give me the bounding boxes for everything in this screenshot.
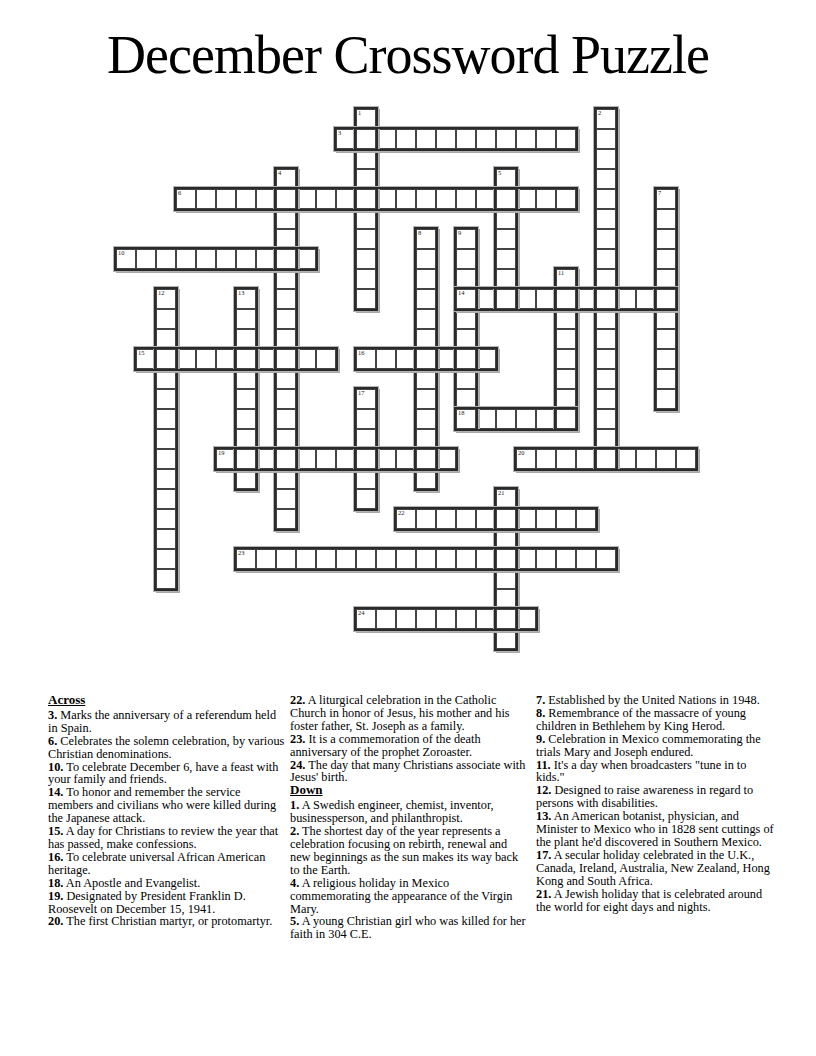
clue-item-17: 17. A secular holiday celebrated in the … bbox=[536, 849, 774, 888]
grid-cell[interactable] bbox=[275, 548, 297, 570]
grid-cell[interactable] bbox=[495, 268, 517, 290]
clue-item-16: 16. To celebrate universal African Ameri… bbox=[48, 851, 286, 877]
grid-cell[interactable] bbox=[415, 328, 437, 350]
grid-cell[interactable] bbox=[355, 208, 377, 230]
grid-cell[interactable] bbox=[155, 328, 177, 350]
grid-cell[interactable] bbox=[435, 548, 457, 570]
grid-cell[interactable] bbox=[495, 548, 517, 570]
clue-item-10: 10. To celebrate December 6, have a feas… bbox=[48, 761, 286, 787]
grid-cell[interactable] bbox=[595, 368, 617, 390]
grid-cell[interactable] bbox=[395, 188, 417, 210]
grid-cell[interactable] bbox=[235, 448, 257, 470]
grid-cell[interactable] bbox=[215, 348, 237, 370]
grid-cell[interactable] bbox=[435, 608, 457, 630]
grid-cell[interactable] bbox=[415, 268, 437, 290]
grid-cell[interactable] bbox=[415, 188, 437, 210]
grid-cell[interactable] bbox=[375, 128, 397, 150]
grid-cell[interactable] bbox=[275, 508, 297, 530]
grid-cell[interactable] bbox=[455, 388, 477, 410]
grid-cell[interactable] bbox=[555, 368, 577, 390]
grid-cell[interactable] bbox=[395, 608, 417, 630]
grid-cell[interactable] bbox=[655, 208, 677, 230]
grid-cell[interactable] bbox=[355, 428, 377, 450]
clue-number: 24 bbox=[358, 609, 365, 617]
grid-cell[interactable]: 10 bbox=[115, 248, 137, 270]
clue-number: 10 bbox=[118, 249, 125, 257]
grid-cell[interactable] bbox=[235, 348, 257, 370]
down-header: Down bbox=[290, 784, 528, 797]
grid-cell[interactable] bbox=[575, 508, 597, 530]
grid-cell[interactable]: 4 bbox=[275, 168, 297, 190]
clue-number: 1 bbox=[358, 109, 361, 117]
grid-cell[interactable]: 19 bbox=[215, 448, 237, 470]
grid-cell[interactable] bbox=[155, 488, 177, 510]
grid-cell[interactable] bbox=[495, 288, 517, 310]
grid-cell[interactable] bbox=[355, 468, 377, 490]
grid-cell[interactable] bbox=[655, 368, 677, 390]
grid-cell[interactable] bbox=[495, 188, 517, 210]
grid-cell[interactable] bbox=[495, 608, 517, 630]
grid-cell[interactable] bbox=[415, 128, 437, 150]
grid-cell[interactable]: 15 bbox=[135, 348, 157, 370]
grid-cell[interactable]: 11 bbox=[555, 268, 577, 290]
grid-cell[interactable] bbox=[415, 288, 437, 310]
clue-num-label: 13. bbox=[536, 809, 551, 823]
clue-item-18: 18. An Apostle and Evangelist. bbox=[48, 877, 286, 890]
grid-cell[interactable] bbox=[155, 308, 177, 330]
grid-cell[interactable] bbox=[455, 268, 477, 290]
grid-cell[interactable] bbox=[595, 548, 617, 570]
grid-cell[interactable] bbox=[155, 468, 177, 490]
grid-cell[interactable]: 6 bbox=[175, 188, 197, 210]
grid-cell[interactable] bbox=[535, 188, 557, 210]
grid-cell[interactable] bbox=[295, 248, 317, 270]
grid-cell[interactable] bbox=[295, 548, 317, 570]
grid-cell[interactable] bbox=[295, 188, 317, 210]
grid-cell[interactable] bbox=[275, 408, 297, 430]
grid-cell[interactable] bbox=[275, 288, 297, 310]
grid-cell[interactable] bbox=[495, 528, 517, 550]
grid-cell[interactable] bbox=[195, 188, 217, 210]
clue-number: 11 bbox=[558, 269, 564, 277]
grid-cell[interactable]: 18 bbox=[455, 408, 477, 430]
clue-item-15: 15. A day for Christians to review the y… bbox=[48, 825, 286, 851]
grid-cell[interactable] bbox=[635, 288, 657, 310]
grid-cell[interactable] bbox=[555, 328, 577, 350]
grid-cell[interactable] bbox=[475, 288, 497, 310]
clue-number: 13 bbox=[238, 289, 245, 297]
grid-cell[interactable] bbox=[415, 248, 437, 270]
grid-cell[interactable] bbox=[455, 548, 477, 570]
grid-cell[interactable] bbox=[455, 128, 477, 150]
grid-cell[interactable] bbox=[275, 188, 297, 210]
clue-num-label: 23. bbox=[290, 732, 305, 746]
clue-item-3: 3. Marks the anniversary of a referendum… bbox=[48, 709, 286, 735]
grid-cell[interactable] bbox=[515, 188, 537, 210]
grid-cell[interactable] bbox=[495, 208, 517, 230]
grid-cell[interactable] bbox=[255, 348, 277, 370]
grid-cell[interactable] bbox=[615, 288, 637, 310]
grid-cell[interactable]: 13 bbox=[235, 288, 257, 310]
clue-num-label: 3. bbox=[48, 708, 57, 722]
grid-cell[interactable] bbox=[555, 408, 577, 430]
clue-item-8: 8. Remembrance of the massacre of young … bbox=[536, 707, 774, 733]
grid-cell[interactable] bbox=[595, 388, 617, 410]
grid-cell[interactable] bbox=[655, 228, 677, 250]
clue-number: 9 bbox=[458, 229, 461, 237]
grid-cell[interactable] bbox=[355, 448, 377, 470]
grid-cell[interactable] bbox=[315, 548, 337, 570]
grid-cell[interactable] bbox=[315, 448, 337, 470]
grid-cell[interactable] bbox=[495, 128, 517, 150]
grid-cell[interactable] bbox=[175, 348, 197, 370]
grid-cell[interactable]: 8 bbox=[415, 228, 437, 250]
grid-cell[interactable] bbox=[415, 608, 437, 630]
grid-cell[interactable]: 5 bbox=[495, 168, 517, 190]
grid-cell[interactable] bbox=[155, 548, 177, 570]
grid-cell[interactable] bbox=[155, 348, 177, 370]
grid-cell[interactable] bbox=[455, 508, 477, 530]
grid-cell[interactable] bbox=[235, 328, 257, 350]
grid-cell[interactable] bbox=[375, 548, 397, 570]
grid-cell[interactable] bbox=[455, 188, 477, 210]
clue-num-label: 11. bbox=[536, 758, 551, 772]
clue-number: 19 bbox=[218, 449, 225, 457]
clue-item-21: 21. A Jewish holiday that is celebrated … bbox=[536, 888, 774, 914]
grid-cell[interactable] bbox=[455, 248, 477, 270]
clue-num-label: 24. bbox=[290, 758, 305, 772]
grid-cell[interactable] bbox=[435, 128, 457, 150]
grid-cell[interactable] bbox=[575, 548, 597, 570]
clue-num-label: 14. bbox=[48, 785, 63, 799]
clue-item-5: 5. A young Christian girl who was killed… bbox=[290, 915, 528, 941]
grid-cell[interactable] bbox=[595, 268, 617, 290]
grid-cell[interactable] bbox=[355, 268, 377, 290]
clue-item-20: 20. The first Christian martyr, or proto… bbox=[48, 915, 286, 928]
grid-cell[interactable] bbox=[235, 468, 257, 490]
grid-cell[interactable] bbox=[515, 288, 537, 310]
grid-cell[interactable] bbox=[455, 608, 477, 630]
grid-cell[interactable] bbox=[275, 488, 297, 510]
grid-cell[interactable] bbox=[435, 448, 457, 470]
grid-cell[interactable] bbox=[455, 368, 477, 390]
clue-item-12: 12. Designed to raise awareness in regar… bbox=[536, 784, 774, 810]
grid-cell[interactable] bbox=[555, 508, 577, 530]
grid-cell[interactable] bbox=[255, 448, 277, 470]
grid-cell[interactable] bbox=[595, 168, 617, 190]
grid-cell[interactable] bbox=[555, 348, 577, 370]
grid-cell[interactable] bbox=[355, 148, 377, 170]
grid-cell[interactable] bbox=[355, 168, 377, 190]
grid-cell[interactable] bbox=[155, 368, 177, 390]
grid-cell[interactable] bbox=[595, 328, 617, 350]
grid-cell[interactable] bbox=[235, 248, 257, 270]
grid-cell[interactable] bbox=[355, 188, 377, 210]
grid-cell[interactable] bbox=[655, 288, 677, 310]
grid-cell[interactable] bbox=[275, 348, 297, 370]
grid-cell[interactable] bbox=[555, 548, 577, 570]
grid-cell[interactable] bbox=[515, 408, 537, 430]
grid-cell[interactable] bbox=[535, 408, 557, 430]
grid-cell[interactable] bbox=[415, 428, 437, 450]
grid-cell[interactable] bbox=[275, 468, 297, 490]
grid-cell[interactable] bbox=[375, 348, 397, 370]
grid-cell[interactable] bbox=[155, 428, 177, 450]
grid-cell[interactable] bbox=[415, 368, 437, 390]
grid-cell[interactable] bbox=[675, 448, 697, 470]
grid-cell[interactable] bbox=[335, 548, 357, 570]
grid-cell[interactable] bbox=[535, 508, 557, 530]
grid-cell[interactable]: 1 bbox=[355, 108, 377, 130]
grid-cell[interactable] bbox=[475, 408, 497, 430]
clue-number: 5 bbox=[498, 169, 501, 177]
grid-cell[interactable] bbox=[235, 368, 257, 390]
grid-cell[interactable]: 9 bbox=[455, 228, 477, 250]
clue-item-2: 2. The shortest day of the year represen… bbox=[290, 825, 528, 877]
grid-cell[interactable] bbox=[495, 628, 517, 650]
grid-cell[interactable] bbox=[595, 448, 617, 470]
grid-cell[interactable] bbox=[655, 348, 677, 370]
clue-num-label: 22. bbox=[290, 693, 305, 707]
clue-number: 16 bbox=[358, 349, 365, 357]
grid-cell[interactable] bbox=[275, 248, 297, 270]
grid-cell[interactable] bbox=[235, 428, 257, 450]
grid-cell[interactable] bbox=[535, 288, 557, 310]
grid-cell[interactable] bbox=[555, 188, 577, 210]
grid-cell[interactable]: 2 bbox=[595, 108, 617, 130]
clue-num-label: 16. bbox=[48, 850, 63, 864]
grid-cell[interactable] bbox=[135, 248, 157, 270]
grid-cell[interactable] bbox=[295, 448, 317, 470]
grid-cell[interactable] bbox=[435, 348, 457, 370]
grid-cell[interactable] bbox=[255, 188, 277, 210]
grid-cell[interactable] bbox=[595, 188, 617, 210]
grid-cell[interactable] bbox=[555, 388, 577, 410]
grid-cell[interactable] bbox=[655, 328, 677, 350]
grid-cell[interactable] bbox=[275, 328, 297, 350]
grid-cell[interactable] bbox=[395, 548, 417, 570]
clue-item-9: 9. Celebration in Mexico commemorating t… bbox=[536, 733, 774, 759]
clue-item-11: 11. It's a day when broadcasters "tune i… bbox=[536, 759, 774, 785]
grid-cell[interactable] bbox=[355, 288, 377, 310]
grid-cell[interactable] bbox=[495, 248, 517, 270]
clue-item-6: 6. Celebrates the solemn celebration, by… bbox=[48, 735, 286, 761]
grid-cell[interactable] bbox=[235, 408, 257, 430]
grid-cell[interactable] bbox=[315, 348, 337, 370]
grid-cell[interactable]: 17 bbox=[355, 388, 377, 410]
grid-cell[interactable] bbox=[515, 548, 537, 570]
clue-num-label: 17. bbox=[536, 848, 551, 862]
grid-cell[interactable] bbox=[435, 188, 457, 210]
grid-cell[interactable] bbox=[455, 308, 477, 330]
grid-cell[interactable]: 22 bbox=[395, 508, 417, 530]
grid-cell[interactable] bbox=[455, 348, 477, 370]
clue-number: 8 bbox=[418, 229, 421, 237]
clue-column-1: Across3. Marks the anniversary of a refe… bbox=[48, 694, 286, 928]
grid-cell[interactable] bbox=[655, 268, 677, 290]
clue-item-23: 23. It is a commemoration of the death a… bbox=[290, 733, 528, 759]
grid-cell[interactable]: 12 bbox=[155, 288, 177, 310]
grid-cell[interactable]: 20 bbox=[515, 448, 537, 470]
grid-cell[interactable] bbox=[575, 288, 597, 310]
clue-num-label: 21. bbox=[536, 887, 551, 901]
grid-cell[interactable] bbox=[415, 408, 437, 430]
grid-cell[interactable] bbox=[615, 448, 637, 470]
grid-cell[interactable] bbox=[355, 228, 377, 250]
grid-cell[interactable] bbox=[475, 608, 497, 630]
grid-cell[interactable] bbox=[215, 248, 237, 270]
grid-cell[interactable] bbox=[595, 428, 617, 450]
clue-number: 7 bbox=[658, 189, 661, 197]
grid-cell[interactable] bbox=[355, 408, 377, 430]
grid-cell[interactable] bbox=[595, 348, 617, 370]
grid-cell[interactable] bbox=[415, 448, 437, 470]
grid-cell[interactable] bbox=[275, 208, 297, 230]
grid-cell[interactable] bbox=[655, 448, 677, 470]
grid-cell[interactable] bbox=[355, 488, 377, 510]
grid-cell[interactable]: 7 bbox=[655, 188, 677, 210]
grid-cell[interactable] bbox=[435, 508, 457, 530]
clue-number: 21 bbox=[498, 489, 505, 497]
grid-cell[interactable] bbox=[415, 348, 437, 370]
grid-cell[interactable] bbox=[475, 508, 497, 530]
grid-cell[interactable] bbox=[515, 508, 537, 530]
grid-cell[interactable] bbox=[155, 568, 177, 590]
clue-num-label: 9. bbox=[536, 732, 545, 746]
clue-number: 20 bbox=[518, 449, 525, 457]
clue-number: 23 bbox=[238, 549, 245, 557]
grid-cell[interactable]: 21 bbox=[495, 488, 517, 510]
grid-cell[interactable] bbox=[535, 548, 557, 570]
grid-cell[interactable] bbox=[495, 228, 517, 250]
grid-cell[interactable] bbox=[495, 508, 517, 530]
puzzle-title: December Crossword Puzzle bbox=[0, 24, 816, 86]
grid-cell[interactable]: 24 bbox=[355, 608, 377, 630]
grid-cell[interactable] bbox=[195, 348, 217, 370]
grid-cell[interactable] bbox=[295, 348, 317, 370]
grid-cell[interactable] bbox=[415, 468, 437, 490]
grid-cell[interactable] bbox=[495, 568, 517, 590]
grid-cell[interactable] bbox=[595, 228, 617, 250]
grid-cell[interactable] bbox=[495, 588, 517, 610]
grid-cell[interactable] bbox=[335, 448, 357, 470]
grid-cell[interactable] bbox=[535, 448, 557, 470]
grid-cell[interactable]: 16 bbox=[355, 348, 377, 370]
grid-cell[interactable] bbox=[235, 188, 257, 210]
grid-cell[interactable] bbox=[655, 308, 677, 330]
grid-cell[interactable] bbox=[595, 288, 617, 310]
grid-cell[interactable] bbox=[235, 388, 257, 410]
grid-cell[interactable] bbox=[215, 188, 237, 210]
grid-cell[interactable] bbox=[475, 188, 497, 210]
grid-cell[interactable] bbox=[155, 388, 177, 410]
grid-cell[interactable]: 3 bbox=[335, 128, 357, 150]
grid-cell[interactable] bbox=[655, 388, 677, 410]
grid-cell[interactable] bbox=[275, 268, 297, 290]
grid-cell[interactable] bbox=[595, 408, 617, 430]
clue-number: 2 bbox=[598, 109, 601, 117]
grid-cell[interactable] bbox=[355, 548, 377, 570]
grid-cell[interactable] bbox=[595, 308, 617, 330]
grid-cell[interactable] bbox=[415, 548, 437, 570]
grid-cell[interactable] bbox=[155, 508, 177, 530]
clue-num-label: 19. bbox=[48, 889, 63, 903]
grid-cell[interactable] bbox=[275, 228, 297, 250]
grid-cell[interactable] bbox=[255, 248, 277, 270]
grid-cell[interactable] bbox=[395, 128, 417, 150]
grid-cell[interactable]: 23 bbox=[235, 548, 257, 570]
grid-cell[interactable] bbox=[395, 448, 417, 470]
grid-cell[interactable] bbox=[535, 128, 557, 150]
grid-cell[interactable] bbox=[195, 248, 217, 270]
grid-cell[interactable] bbox=[335, 188, 357, 210]
grid-cell[interactable] bbox=[515, 608, 537, 630]
clue-number: 14 bbox=[458, 289, 465, 297]
grid-cell[interactable] bbox=[555, 308, 577, 330]
grid-cell[interactable] bbox=[155, 408, 177, 430]
grid-cell[interactable] bbox=[455, 328, 477, 350]
across-header: Across bbox=[48, 694, 286, 707]
clue-num-label: 7. bbox=[536, 693, 545, 707]
grid-cell[interactable] bbox=[595, 128, 617, 150]
grid-cell[interactable] bbox=[595, 248, 617, 270]
grid-cell[interactable] bbox=[635, 448, 657, 470]
grid-cell[interactable] bbox=[475, 128, 497, 150]
grid-cell[interactable] bbox=[275, 428, 297, 450]
grid-cell[interactable] bbox=[155, 448, 177, 470]
grid-cell[interactable] bbox=[175, 248, 197, 270]
grid-cell[interactable] bbox=[555, 448, 577, 470]
grid-cell[interactable] bbox=[155, 528, 177, 550]
grid-cell[interactable] bbox=[515, 128, 537, 150]
grid-cell[interactable] bbox=[255, 548, 277, 570]
clue-item-13: 13. An American botanist, physician, and… bbox=[536, 810, 774, 849]
grid-cell[interactable] bbox=[375, 448, 397, 470]
clue-number: 3 bbox=[338, 129, 341, 137]
clue-column-3: 7. Established by the United Nations in … bbox=[536, 694, 774, 913]
grid-cell[interactable] bbox=[315, 188, 337, 210]
grid-cell[interactable] bbox=[235, 308, 257, 330]
grid-cell[interactable] bbox=[355, 128, 377, 150]
grid-cell[interactable] bbox=[355, 248, 377, 270]
grid-cell[interactable] bbox=[555, 128, 577, 150]
grid-cell[interactable] bbox=[415, 508, 437, 530]
grid-cell[interactable]: 14 bbox=[455, 288, 477, 310]
grid-cell[interactable] bbox=[655, 248, 677, 270]
grid-cell[interactable] bbox=[575, 448, 597, 470]
grid-cell[interactable] bbox=[475, 548, 497, 570]
grid-cell[interactable] bbox=[495, 408, 517, 430]
grid-cell[interactable] bbox=[375, 188, 397, 210]
grid-cell[interactable] bbox=[275, 388, 297, 410]
grid-cell[interactable] bbox=[595, 148, 617, 170]
grid-cell[interactable] bbox=[555, 288, 577, 310]
grid-cell[interactable] bbox=[395, 348, 417, 370]
clue-item-22: 22. A liturgical celebration in the Cath… bbox=[290, 694, 528, 733]
grid-cell[interactable] bbox=[275, 448, 297, 470]
grid-cell[interactable] bbox=[155, 248, 177, 270]
crossword-grid: 123456789101112131415161718192021222324 bbox=[116, 109, 696, 649]
grid-cell[interactable] bbox=[415, 308, 437, 330]
grid-cell[interactable] bbox=[375, 608, 397, 630]
grid-cell[interactable] bbox=[595, 208, 617, 230]
grid-cell[interactable] bbox=[275, 368, 297, 390]
clue-num-label: 12. bbox=[536, 783, 551, 797]
clue-number: 12 bbox=[158, 289, 165, 297]
grid-cell[interactable] bbox=[415, 388, 437, 410]
grid-cell[interactable] bbox=[275, 308, 297, 330]
grid-cell[interactable] bbox=[475, 348, 497, 370]
